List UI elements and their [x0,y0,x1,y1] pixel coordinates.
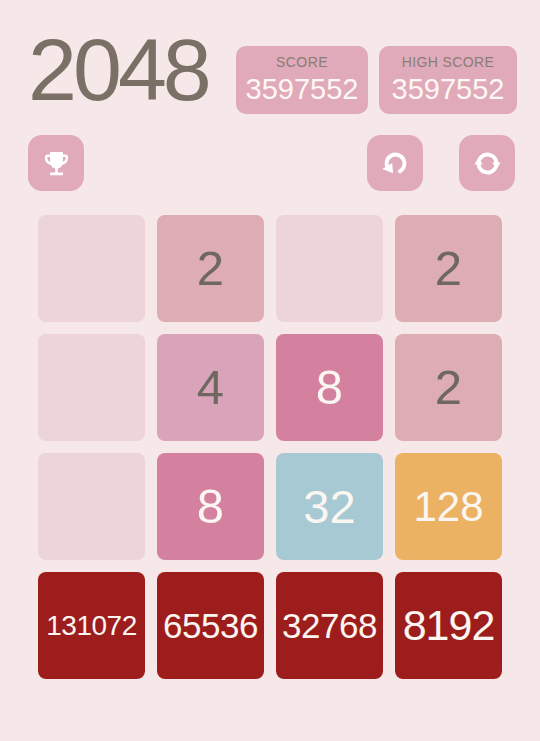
empty-cell [38,215,145,322]
tile-8: 8 [276,334,383,441]
game-2048-app: 2048 SCORE 3597552 HIGH SCORE 3597552 [0,0,540,741]
restart-icon [471,147,504,180]
undo-button[interactable] [367,135,423,191]
tile-131072: 131072 [38,572,145,679]
board-grid[interactable]: 2248283212813107265536327688192 [38,215,502,679]
high-score-box: HIGH SCORE 3597552 [379,46,517,114]
high-score-value: 3597552 [392,73,505,106]
empty-cell [38,453,145,560]
tile-8192: 8192 [395,572,502,679]
leaderboard-button[interactable] [28,135,84,191]
tile-32768: 32768 [276,572,383,679]
trophy-icon [41,148,72,179]
score-value: 3597552 [246,73,359,106]
tile-128: 128 [395,453,502,560]
high-score-label: HIGH SCORE [402,54,495,70]
tile-2: 2 [395,215,502,322]
undo-icon [379,147,412,180]
empty-cell [276,215,383,322]
tile-32: 32 [276,453,383,560]
tile-4: 4 [157,334,264,441]
page-title: 2048 [28,26,208,114]
score-label: SCORE [276,54,328,70]
score-box: SCORE 3597552 [236,46,368,114]
restart-button[interactable] [459,135,515,191]
empty-cell [38,334,145,441]
tile-2: 2 [157,215,264,322]
tile-65536: 65536 [157,572,264,679]
tile-8: 8 [157,453,264,560]
tile-2: 2 [395,334,502,441]
